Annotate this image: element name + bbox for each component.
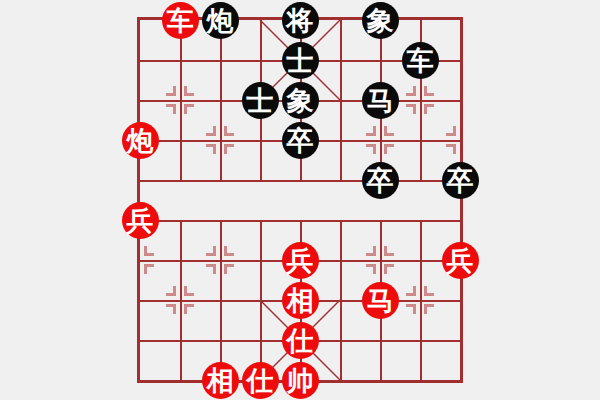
piece-black-chariot[interactable]: 车 [402, 42, 439, 79]
xiangqi-board: 车炮将象士车士象马炮卒卒卒兵兵兵相马仕相仕帅 [140, 20, 460, 380]
piece-black-horse[interactable]: 马 [362, 82, 399, 119]
piece-red-cannon[interactable]: 炮 [122, 122, 159, 159]
piece-red-soldier[interactable]: 兵 [282, 242, 319, 279]
piece-red-horse[interactable]: 马 [362, 282, 399, 319]
piece-red-general[interactable]: 帅 [282, 362, 319, 399]
piece-red-elephant[interactable]: 相 [282, 282, 319, 319]
piece-black-cannon[interactable]: 炮 [202, 2, 239, 39]
piece-black-soldier[interactable]: 卒 [282, 122, 319, 159]
xiangqi-app: 车炮将象士车士象马炮卒卒卒兵兵兵相马仕相仕帅 [0, 0, 600, 400]
piece-red-soldier[interactable]: 兵 [442, 242, 479, 279]
piece-red-soldier[interactable]: 兵 [122, 202, 159, 239]
pieces-layer: 车炮将象士车士象马炮卒卒卒兵兵兵相马仕相仕帅 [140, 20, 460, 380]
piece-red-elephant[interactable]: 相 [202, 362, 239, 399]
piece-black-elephant[interactable]: 象 [362, 2, 399, 39]
piece-red-chariot[interactable]: 车 [162, 2, 199, 39]
piece-black-elephant[interactable]: 象 [282, 82, 319, 119]
piece-red-advisor[interactable]: 仕 [282, 322, 319, 359]
piece-black-soldier[interactable]: 卒 [442, 162, 479, 199]
piece-black-soldier[interactable]: 卒 [362, 162, 399, 199]
piece-black-advisor[interactable]: 士 [242, 82, 279, 119]
piece-red-advisor[interactable]: 仕 [242, 362, 279, 399]
piece-black-general[interactable]: 将 [282, 2, 319, 39]
piece-black-advisor[interactable]: 士 [282, 42, 319, 79]
